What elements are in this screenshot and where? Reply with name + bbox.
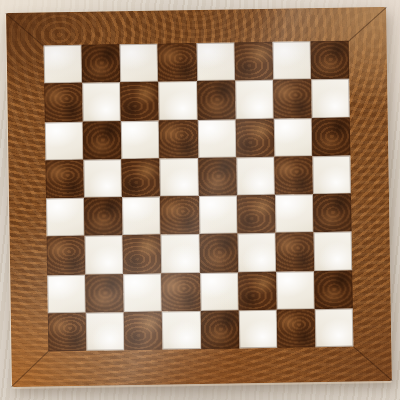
square-f2[interactable] — [238, 271, 277, 310]
square-e1[interactable] — [200, 310, 239, 349]
square-d4[interactable] — [160, 196, 199, 235]
square-e7[interactable] — [197, 81, 236, 120]
square-e3[interactable] — [199, 234, 238, 273]
square-a7[interactable] — [44, 83, 83, 122]
square-e4[interactable] — [198, 195, 237, 234]
square-g8[interactable] — [272, 41, 311, 80]
square-a3[interactable] — [47, 236, 86, 275]
square-d7[interactable] — [159, 81, 198, 120]
square-a6[interactable] — [45, 121, 84, 160]
square-h3[interactable] — [313, 232, 352, 271]
square-f8[interactable] — [234, 42, 273, 81]
square-f7[interactable] — [235, 80, 274, 119]
frame-miter-seam-top-left — [5, 13, 45, 48]
frame-miter-seam-top-right — [347, 7, 386, 42]
square-d5[interactable] — [160, 158, 199, 197]
square-f3[interactable] — [237, 233, 276, 272]
square-g2[interactable] — [276, 271, 315, 310]
square-c5[interactable] — [122, 158, 161, 197]
square-h4[interactable] — [313, 194, 352, 233]
frame-miter-seam-bottom-right — [353, 346, 393, 381]
square-g7[interactable] — [273, 79, 312, 118]
square-e8[interactable] — [196, 42, 235, 81]
board-squares — [44, 41, 354, 352]
square-c1[interactable] — [124, 311, 163, 350]
square-g3[interactable] — [275, 232, 314, 271]
square-b1[interactable] — [86, 312, 125, 351]
square-h6[interactable] — [312, 117, 351, 156]
square-b2[interactable] — [85, 274, 124, 313]
square-c8[interactable] — [120, 44, 159, 83]
square-c2[interactable] — [123, 273, 162, 312]
square-b6[interactable] — [83, 121, 122, 160]
square-h8[interactable] — [310, 41, 349, 80]
square-e6[interactable] — [197, 119, 236, 158]
square-b7[interactable] — [82, 82, 121, 121]
chess-board — [6, 7, 392, 387]
square-c4[interactable] — [122, 197, 161, 236]
square-g1[interactable] — [277, 309, 316, 348]
square-f6[interactable] — [235, 118, 274, 157]
square-a5[interactable] — [45, 160, 84, 199]
square-h1[interactable] — [315, 308, 354, 347]
square-d8[interactable] — [158, 43, 197, 82]
square-g6[interactable] — [274, 118, 313, 157]
square-c6[interactable] — [121, 120, 160, 159]
square-b4[interactable] — [84, 197, 123, 236]
square-a1[interactable] — [48, 313, 87, 352]
square-h2[interactable] — [314, 270, 353, 309]
square-b8[interactable] — [82, 44, 121, 83]
square-g5[interactable] — [274, 156, 313, 195]
square-f5[interactable] — [236, 157, 275, 196]
frame-miter-seam-bottom-left — [11, 350, 49, 387]
square-d3[interactable] — [161, 234, 200, 273]
square-h5[interactable] — [312, 155, 351, 194]
square-g4[interactable] — [275, 194, 314, 233]
square-a8[interactable] — [44, 45, 83, 84]
square-b3[interactable] — [85, 235, 124, 274]
square-b5[interactable] — [84, 159, 123, 198]
square-c3[interactable] — [123, 235, 162, 274]
square-d2[interactable] — [162, 272, 201, 311]
square-f1[interactable] — [238, 310, 277, 349]
square-a4[interactable] — [46, 198, 85, 237]
square-e2[interactable] — [200, 272, 239, 311]
square-f4[interactable] — [237, 195, 276, 234]
square-a2[interactable] — [47, 274, 86, 313]
square-d6[interactable] — [159, 120, 198, 159]
square-c7[interactable] — [120, 82, 159, 121]
square-d1[interactable] — [162, 311, 201, 350]
table-surface — [0, 0, 400, 400]
square-e5[interactable] — [198, 157, 237, 196]
square-h7[interactable] — [311, 79, 350, 118]
